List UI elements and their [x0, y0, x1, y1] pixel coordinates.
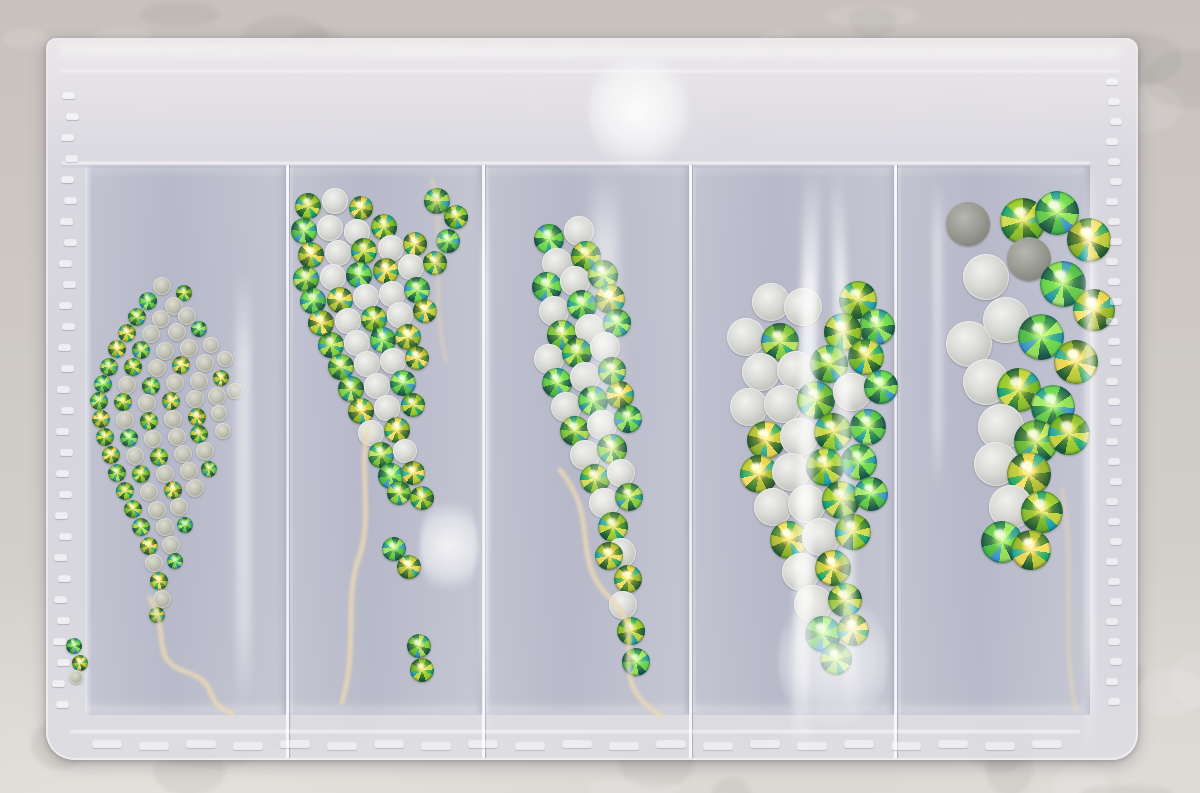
perforation-dash	[1108, 398, 1120, 405]
perforation-dash	[280, 740, 310, 748]
perforation-dash	[1106, 198, 1118, 205]
perforation-dash	[58, 575, 71, 582]
perforation-dash	[56, 428, 69, 435]
perforation-dash	[66, 113, 79, 120]
perforation-dash	[57, 659, 70, 666]
perforation-dash	[1110, 358, 1122, 365]
perforation-dash	[468, 740, 498, 748]
perforation-dash	[1106, 558, 1118, 565]
perforation-dash	[186, 740, 216, 748]
perforation-dash	[62, 92, 75, 99]
perforation-dash	[1106, 138, 1118, 145]
perforation-dash	[59, 491, 72, 498]
perforation-dash	[61, 365, 74, 372]
perforation-dash	[1110, 418, 1122, 425]
perforation-dash	[60, 449, 73, 456]
perforation-dash	[1108, 698, 1120, 705]
perforation-dash	[1032, 740, 1062, 748]
perforation-dash	[55, 512, 68, 519]
perforation-dash	[54, 596, 67, 603]
perforation-dash	[53, 638, 66, 645]
perforation-dash	[64, 197, 77, 204]
perforation-dash	[1106, 498, 1118, 505]
perforation-dash	[844, 740, 874, 748]
perforation-dash	[985, 742, 1015, 750]
perforation-dash	[54, 554, 67, 561]
perforation-dash	[1108, 638, 1120, 645]
perforation-dash	[60, 218, 73, 225]
perforation-dash	[1110, 298, 1122, 305]
perforation-dash	[1110, 178, 1122, 185]
perforation-dash	[65, 155, 78, 162]
perforation-dash	[1108, 218, 1120, 225]
perforation-dash	[1106, 258, 1118, 265]
perforation-dash	[1108, 338, 1120, 345]
perforation-dash	[1108, 518, 1120, 525]
perforation-dash	[59, 260, 72, 267]
perforation-dash	[58, 344, 71, 351]
perforation-dash	[56, 470, 69, 477]
perforation-dash	[1108, 98, 1120, 105]
perforation-dash	[1106, 618, 1118, 625]
perforation-dash	[59, 533, 72, 540]
perforation-dash	[1110, 478, 1122, 485]
perforation-dash	[1110, 658, 1122, 665]
perforation-dash	[64, 239, 77, 246]
perforation-dash	[1110, 118, 1122, 125]
perforation-dash	[374, 740, 404, 748]
perforation-dash	[1110, 538, 1122, 545]
perforation-dash	[233, 742, 263, 750]
perforation-dash	[63, 281, 76, 288]
perforation-dash	[703, 742, 733, 750]
perforation-dash	[938, 740, 968, 748]
perforation-dash	[1108, 158, 1120, 165]
perforation-dash	[56, 701, 69, 708]
perforation-dash	[59, 302, 72, 309]
perforation-dash	[1108, 578, 1120, 585]
perforation-dash	[1110, 238, 1122, 245]
perforation-dash	[1108, 458, 1120, 465]
perforation-dash	[1106, 678, 1118, 685]
perforation-dash	[1110, 598, 1122, 605]
perforation-dash	[139, 742, 169, 750]
perforation-dash	[421, 742, 451, 750]
perforation-dash	[57, 617, 70, 624]
perforation-dash	[1108, 278, 1120, 285]
perforation-dash	[62, 323, 75, 330]
perforation-dash	[327, 742, 357, 750]
perforation-dash	[61, 134, 74, 141]
perforation-edges	[0, 0, 1200, 793]
photo-scene	[0, 0, 1200, 793]
perforation-dash	[52, 680, 65, 687]
perforation-dash	[92, 740, 122, 748]
perforation-dash	[1106, 318, 1118, 325]
perforation-dash	[61, 407, 74, 414]
perforation-dash	[1106, 378, 1118, 385]
perforation-dash	[750, 740, 780, 748]
perforation-dash	[515, 742, 545, 750]
perforation-dash	[1106, 438, 1118, 445]
perforation-dash	[797, 742, 827, 750]
perforation-dash	[562, 740, 592, 748]
perforation-dash	[1106, 78, 1118, 85]
perforation-dash	[656, 740, 686, 748]
perforation-dash	[891, 742, 921, 750]
perforation-dash	[57, 386, 70, 393]
perforation-dash	[609, 742, 639, 750]
perforation-dash	[61, 176, 74, 183]
